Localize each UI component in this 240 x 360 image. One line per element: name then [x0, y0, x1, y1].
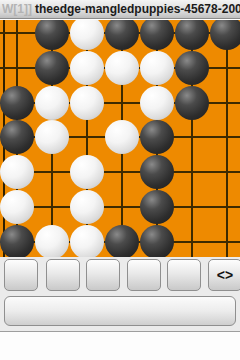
stone-black	[0, 120, 34, 154]
stone-white	[105, 51, 139, 85]
stone-white	[140, 86, 174, 120]
grid-line-horizontal	[0, 206, 240, 208]
toolbar-button-1[interactable]	[4, 259, 38, 291]
title-move-prefix: W[1]]	[2, 2, 32, 16]
toolbar-button-4[interactable]	[127, 259, 161, 291]
grid-line-vertical	[226, 20, 228, 257]
toolbar-button-5[interactable]	[167, 259, 201, 291]
grid-line-horizontal	[0, 171, 240, 173]
stone-black	[140, 225, 174, 257]
title-bar: W[1]]theedge-mangledpuppies-45678-200401…	[0, 0, 240, 19]
app-window: W[1]]theedge-mangledpuppies-45678-200401…	[0, 0, 240, 360]
stone-white	[70, 51, 104, 85]
stone-white	[140, 51, 174, 85]
stone-black	[35, 51, 69, 85]
stone-white	[70, 20, 104, 50]
stone-black	[175, 20, 209, 50]
stone-white	[0, 190, 34, 224]
background-area	[0, 332, 240, 360]
stone-black	[140, 120, 174, 154]
window-title: theedge-mangledpuppies-45678-200401...	[35, 2, 240, 16]
stone-white	[70, 225, 104, 257]
stone-white	[35, 120, 69, 154]
toolbar-button-2[interactable]	[46, 259, 80, 291]
stone-black	[140, 20, 174, 50]
stone-white	[70, 86, 104, 120]
stone-black	[0, 225, 34, 257]
stone-black	[175, 86, 209, 120]
stone-white	[35, 225, 69, 257]
stone-black	[210, 20, 240, 50]
stone-black	[140, 155, 174, 189]
action-bar-button[interactable]	[4, 296, 236, 326]
stone-black	[105, 225, 139, 257]
stone-white	[105, 120, 139, 154]
stone-black	[175, 51, 209, 85]
stone-white	[0, 155, 34, 189]
stone-white	[70, 155, 104, 189]
go-board[interactable]	[0, 20, 240, 257]
stone-black	[105, 20, 139, 50]
stone-white	[35, 86, 69, 120]
stone-white	[70, 190, 104, 224]
nav-moves-button[interactable]: <>	[208, 259, 240, 291]
bottom-panel: <>	[0, 257, 240, 332]
stone-black	[140, 190, 174, 224]
stone-black	[35, 20, 69, 50]
toolbar-button-3[interactable]	[86, 259, 120, 291]
stone-black	[0, 86, 34, 120]
